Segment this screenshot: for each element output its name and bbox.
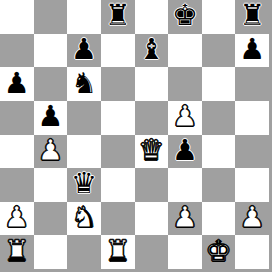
square-e6[interactable]	[135, 67, 169, 101]
square-b6[interactable]	[34, 67, 68, 101]
square-a6[interactable]: ♟	[0, 67, 34, 101]
square-h4[interactable]	[235, 135, 269, 169]
white-pawn[interactable]: ♟	[37, 136, 63, 165]
square-d8[interactable]: ♜	[101, 0, 135, 34]
square-f7[interactable]	[168, 34, 202, 68]
square-d7[interactable]	[101, 34, 135, 68]
black-pawn[interactable]: ♟	[71, 35, 97, 64]
square-d5[interactable]	[101, 101, 135, 135]
square-b3[interactable]	[34, 168, 68, 202]
white-pawn[interactable]: ♟	[4, 203, 30, 232]
black-pawn[interactable]: ♟	[37, 102, 63, 131]
black-knight[interactable]: ♞	[71, 69, 97, 98]
square-c3[interactable]: ♛	[67, 168, 101, 202]
square-g7[interactable]	[202, 34, 236, 68]
square-f2[interactable]: ♟	[168, 202, 202, 236]
white-rook[interactable]: ♜	[105, 237, 131, 266]
square-h5[interactable]	[235, 101, 269, 135]
square-a7[interactable]	[0, 34, 34, 68]
square-g8[interactable]	[202, 0, 236, 34]
square-g5[interactable]	[202, 101, 236, 135]
square-d3[interactable]	[101, 168, 135, 202]
black-rook[interactable]: ♜	[105, 1, 131, 30]
square-b7[interactable]	[34, 34, 68, 68]
square-g6[interactable]	[202, 67, 236, 101]
square-d6[interactable]	[101, 67, 135, 101]
square-h7[interactable]: ♟	[235, 34, 269, 68]
square-c5[interactable]	[67, 101, 101, 135]
white-pawn[interactable]: ♟	[172, 203, 198, 232]
square-e8[interactable]	[135, 0, 169, 34]
square-e2[interactable]	[135, 202, 169, 236]
white-rook[interactable]: ♜	[4, 237, 30, 266]
square-f4[interactable]: ♟	[168, 135, 202, 169]
square-a1[interactable]: ♜	[0, 235, 34, 269]
square-h2[interactable]: ♟	[235, 202, 269, 236]
square-a8[interactable]	[0, 0, 34, 34]
black-pawn[interactable]: ♟	[172, 136, 198, 165]
square-g4[interactable]	[202, 135, 236, 169]
square-f8[interactable]: ♚	[168, 0, 202, 34]
square-e3[interactable]	[135, 168, 169, 202]
square-c1[interactable]	[67, 235, 101, 269]
square-f5[interactable]: ♟	[168, 101, 202, 135]
white-pawn[interactable]: ♟	[239, 203, 265, 232]
black-pawn[interactable]: ♟	[4, 69, 30, 98]
square-d4[interactable]	[101, 135, 135, 169]
square-e7[interactable]: ♝	[135, 34, 169, 68]
square-a3[interactable]	[0, 168, 34, 202]
chess-board: ♜♚♜♟♝♟♟♞♟♟♟♛♟♛♟♞♟♟♜♜♚	[0, 0, 272, 272]
square-b5[interactable]: ♟	[34, 101, 68, 135]
black-bishop[interactable]: ♝	[138, 35, 164, 64]
black-queen[interactable]: ♛	[71, 169, 97, 198]
square-g2[interactable]	[202, 202, 236, 236]
square-f1[interactable]	[168, 235, 202, 269]
white-pawn[interactable]: ♟	[172, 102, 198, 131]
square-d2[interactable]	[101, 202, 135, 236]
square-d1[interactable]: ♜	[101, 235, 135, 269]
square-e4[interactable]: ♛	[135, 135, 169, 169]
square-e5[interactable]	[135, 101, 169, 135]
square-b2[interactable]	[34, 202, 68, 236]
square-h1[interactable]	[235, 235, 269, 269]
square-c7[interactable]: ♟	[67, 34, 101, 68]
square-c6[interactable]: ♞	[67, 67, 101, 101]
square-g1[interactable]: ♚	[202, 235, 236, 269]
black-rook[interactable]: ♜	[239, 1, 265, 30]
white-king[interactable]: ♚	[206, 237, 232, 266]
square-h8[interactable]: ♜	[235, 0, 269, 34]
square-a5[interactable]	[0, 101, 34, 135]
square-f3[interactable]	[168, 168, 202, 202]
square-a4[interactable]	[0, 135, 34, 169]
square-h6[interactable]	[235, 67, 269, 101]
square-b1[interactable]	[34, 235, 68, 269]
square-b4[interactable]: ♟	[34, 135, 68, 169]
square-b8[interactable]	[34, 0, 68, 34]
white-queen[interactable]: ♛	[138, 136, 164, 165]
square-g3[interactable]	[202, 168, 236, 202]
square-a2[interactable]: ♟	[0, 202, 34, 236]
chess-diagram: ♜♚♜♟♝♟♟♞♟♟♟♛♟♛♟♞♟♟♜♜♚	[0, 0, 272, 272]
black-pawn[interactable]: ♟	[239, 35, 265, 64]
square-h3[interactable]	[235, 168, 269, 202]
square-c2[interactable]: ♞	[67, 202, 101, 236]
square-c4[interactable]	[67, 135, 101, 169]
square-e1[interactable]	[135, 235, 169, 269]
square-f6[interactable]	[168, 67, 202, 101]
square-c8[interactable]	[67, 0, 101, 34]
white-knight[interactable]: ♞	[71, 203, 97, 232]
black-king[interactable]: ♚	[172, 1, 198, 30]
